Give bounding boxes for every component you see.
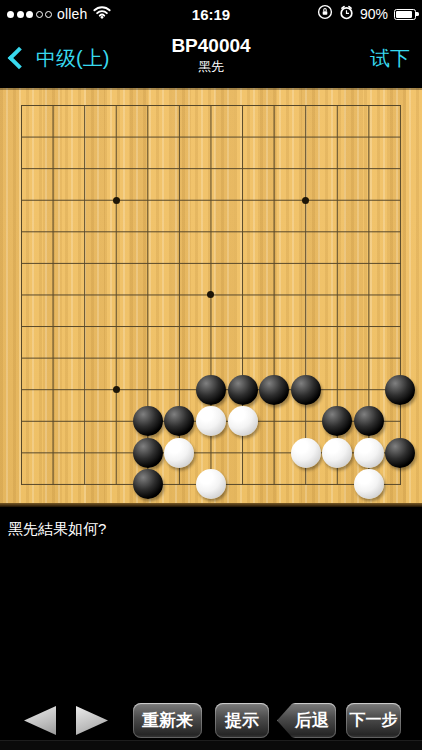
white-stone <box>228 406 258 436</box>
battery-icon <box>394 9 416 20</box>
bottom-toolbar: 重新来 提示 后退 下一步 <box>0 700 422 750</box>
bottom-strip <box>0 740 422 750</box>
wifi-icon <box>93 5 111 23</box>
black-stone <box>133 406 163 436</box>
white-stone <box>354 438 384 468</box>
carrier-label: olleh <box>57 6 88 22</box>
go-board[interactable] <box>0 88 422 507</box>
black-stone <box>133 469 163 499</box>
next-move-icon[interactable] <box>76 706 108 735</box>
black-stone <box>259 375 289 405</box>
nav-title-group: BP40004 黑先 <box>90 34 332 75</box>
battery-percent-label: 90% <box>360 6 388 22</box>
black-stone <box>291 375 321 405</box>
undo-button[interactable]: 后退 <box>277 703 336 738</box>
alarm-clock-icon <box>339 5 354 24</box>
hoshi-point <box>302 197 309 204</box>
chevron-left-icon <box>8 47 31 70</box>
prev-move-icon[interactable] <box>24 706 56 735</box>
black-stone <box>228 375 258 405</box>
restart-button[interactable]: 重新来 <box>133 703 202 738</box>
white-stone <box>291 438 321 468</box>
page-subtitle: 黑先 <box>90 58 332 75</box>
try-move-button[interactable]: 试下 <box>370 28 410 88</box>
next-step-button[interactable]: 下一步 <box>346 703 401 738</box>
black-stone <box>385 438 415 468</box>
nav-bar: 中级(上) BP40004 黑先 试下 <box>0 28 422 88</box>
status-bar: olleh 16:19 <box>0 0 422 28</box>
problem-text-area: 黑先結果如何? <box>0 507 422 700</box>
hoshi-point <box>113 197 120 204</box>
page-title: BP40004 <box>90 34 332 58</box>
white-stone <box>354 469 384 499</box>
problem-question: 黑先結果如何? <box>0 507 422 552</box>
app-screen: olleh 16:19 <box>0 0 422 750</box>
orientation-lock-icon <box>317 4 333 24</box>
black-stone <box>196 375 226 405</box>
white-stone <box>196 469 226 499</box>
hint-button[interactable]: 提示 <box>215 703 269 738</box>
black-stone <box>133 438 163 468</box>
signal-strength-icon <box>7 11 52 18</box>
black-stone <box>385 375 415 405</box>
hoshi-point <box>113 386 120 393</box>
